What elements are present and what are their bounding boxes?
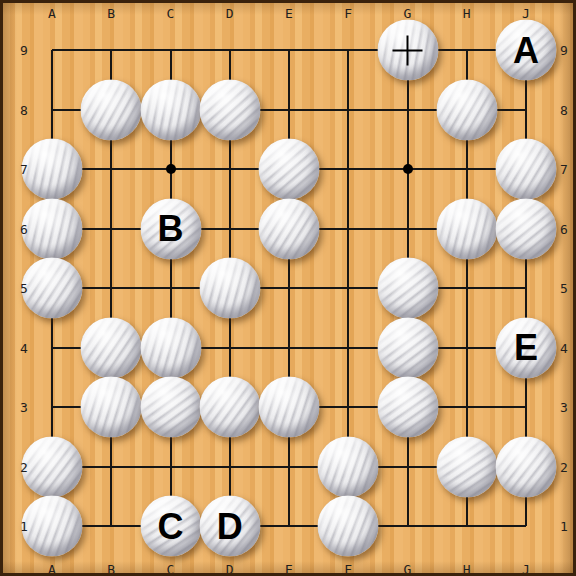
board-point[interactable] — [200, 139, 259, 199]
board-point[interactable] — [437, 199, 496, 259]
white-stone[interactable] — [22, 198, 83, 259]
board-point[interactable] — [496, 437, 555, 497]
white-stone[interactable] — [81, 79, 142, 140]
coordinate-label-right: 2 — [560, 459, 568, 474]
stone-label: D — [199, 496, 260, 557]
coordinate-label-top: H — [463, 6, 471, 21]
white-stone[interactable] — [436, 436, 497, 497]
board-point[interactable] — [437, 20, 496, 80]
coordinate-label-bottom: F — [344, 562, 352, 576]
coordinate-label-left: 7 — [20, 162, 28, 177]
coordinate-label-left: 3 — [20, 400, 28, 415]
coordinate-label-bottom: A — [48, 562, 56, 576]
board-point[interactable] — [22, 496, 81, 556]
board-point[interactable] — [437, 437, 496, 497]
white-stone[interactable] — [140, 79, 201, 140]
board-point[interactable] — [22, 20, 81, 80]
board-grid[interactable]: ABECD — [22, 20, 555, 556]
board-point[interactable] — [437, 80, 496, 140]
go-board: ABECD AABBCCDDEEFFGGHHJJ9988776655443322… — [0, 0, 576, 576]
coordinate-label-top: G — [404, 6, 412, 21]
board-point[interactable]: A — [496, 20, 555, 80]
coordinate-label-right: 6 — [560, 221, 568, 236]
board-point[interactable] — [437, 258, 496, 318]
white-stone[interactable] — [81, 377, 142, 438]
white-stone[interactable] — [140, 377, 201, 438]
board-point[interactable] — [259, 80, 318, 140]
board-point[interactable] — [319, 258, 378, 318]
board-point[interactable] — [200, 80, 259, 140]
coordinate-label-left: 9 — [20, 43, 28, 58]
board-point[interactable] — [259, 377, 318, 437]
coordinate-label-right: 3 — [560, 400, 568, 415]
board-point[interactable] — [319, 377, 378, 437]
coordinate-label-bottom: D — [226, 562, 234, 576]
board-point[interactable]: E — [496, 318, 555, 378]
board-point[interactable] — [259, 437, 318, 497]
board-point[interactable] — [319, 139, 378, 199]
board-point[interactable] — [22, 199, 81, 259]
white-stone[interactable] — [259, 377, 320, 438]
white-stone[interactable]: D — [199, 496, 260, 557]
board-point[interactable] — [378, 20, 437, 80]
board-point[interactable] — [378, 258, 437, 318]
board-point[interactable] — [22, 80, 81, 140]
board-point[interactable] — [82, 20, 141, 80]
coordinate-label-left: 6 — [20, 221, 28, 236]
white-stone[interactable] — [436, 79, 497, 140]
board-point[interactable] — [82, 437, 141, 497]
coordinate-label-top: B — [107, 6, 115, 21]
white-stone[interactable] — [318, 496, 379, 557]
board-point[interactable] — [378, 199, 437, 259]
coordinate-label-bottom: C — [167, 562, 175, 576]
board-point[interactable] — [200, 377, 259, 437]
board-point[interactable] — [319, 318, 378, 378]
coordinate-label-top: D — [226, 6, 234, 21]
board-point[interactable] — [141, 318, 200, 378]
white-stone[interactable] — [22, 258, 83, 319]
board-point[interactable] — [82, 318, 141, 378]
white-stone[interactable] — [259, 198, 320, 259]
board-point[interactable] — [496, 258, 555, 318]
board-point[interactable] — [378, 437, 437, 497]
board-point[interactable] — [437, 496, 496, 556]
hoshi-dot — [403, 164, 413, 174]
coordinate-label-right: 7 — [560, 162, 568, 177]
board-point[interactable] — [319, 80, 378, 140]
coordinate-label-bottom: E — [285, 562, 293, 576]
board-point[interactable] — [22, 377, 81, 437]
board-point[interactable] — [141, 258, 200, 318]
white-stone[interactable] — [377, 20, 438, 81]
stone-label: A — [496, 20, 557, 81]
white-stone[interactable] — [199, 79, 260, 140]
coordinate-label-top: F — [344, 6, 352, 21]
coordinate-label-right: 5 — [560, 281, 568, 296]
board-point[interactable] — [259, 139, 318, 199]
board-point[interactable] — [259, 199, 318, 259]
board-point[interactable] — [378, 496, 437, 556]
coordinate-label-right: 9 — [560, 43, 568, 58]
stone-label: E — [496, 317, 557, 378]
coordinate-label-right: 8 — [560, 102, 568, 117]
board-point[interactable] — [437, 377, 496, 437]
white-stone[interactable] — [496, 139, 557, 200]
white-stone[interactable] — [496, 436, 557, 497]
board-point[interactable] — [259, 496, 318, 556]
white-stone[interactable]: C — [140, 496, 201, 557]
coordinate-label-bottom: B — [107, 562, 115, 576]
hoshi-dot — [166, 164, 176, 174]
board-point[interactable] — [141, 80, 200, 140]
board-point[interactable] — [200, 199, 259, 259]
board-point[interactable] — [82, 496, 141, 556]
last-move-cross-marker — [377, 20, 438, 81]
coordinate-label-bottom: J — [522, 562, 530, 576]
board-point[interactable] — [141, 437, 200, 497]
board-point[interactable] — [259, 20, 318, 80]
board-point[interactable] — [82, 258, 141, 318]
white-stone[interactable] — [22, 496, 83, 557]
coordinate-label-left: 5 — [20, 281, 28, 296]
board-point[interactable] — [319, 20, 378, 80]
white-stone[interactable] — [22, 436, 83, 497]
coordinate-label-top: J — [522, 6, 530, 21]
board-point[interactable] — [82, 80, 141, 140]
coordinate-label-left: 4 — [20, 340, 28, 355]
board-point[interactable] — [200, 20, 259, 80]
coordinate-label-left: 1 — [20, 519, 28, 534]
coordinate-label-left: 8 — [20, 102, 28, 117]
white-stone[interactable] — [81, 317, 142, 378]
white-stone[interactable] — [199, 258, 260, 319]
board-point[interactable] — [378, 318, 437, 378]
board-point[interactable] — [259, 318, 318, 378]
board-point[interactable] — [319, 496, 378, 556]
white-stone[interactable] — [377, 377, 438, 438]
white-stone[interactable]: A — [496, 20, 557, 81]
white-stone[interactable]: B — [140, 198, 201, 259]
coordinate-label-right: 1 — [560, 519, 568, 534]
white-stone[interactable] — [377, 258, 438, 319]
board-point[interactable]: C — [141, 496, 200, 556]
board-point[interactable]: D — [200, 496, 259, 556]
board-point[interactable] — [496, 199, 555, 259]
stone-label: C — [140, 496, 201, 557]
white-stone[interactable]: E — [496, 317, 557, 378]
board-point[interactable] — [437, 139, 496, 199]
white-stone[interactable] — [140, 317, 201, 378]
white-stone[interactable] — [436, 198, 497, 259]
board-point[interactable] — [378, 377, 437, 437]
stone-label: B — [140, 198, 201, 259]
board-point[interactable] — [141, 377, 200, 437]
board-point[interactable] — [259, 258, 318, 318]
board-point[interactable] — [319, 199, 378, 259]
coordinate-label-bottom: G — [404, 562, 412, 576]
board-point[interactable]: B — [141, 199, 200, 259]
white-stone[interactable] — [318, 436, 379, 497]
board-point[interactable] — [437, 318, 496, 378]
board-point[interactable] — [22, 139, 81, 199]
board-point[interactable] — [496, 139, 555, 199]
coordinate-label-left: 2 — [20, 459, 28, 474]
coordinate-label-bottom: H — [463, 562, 471, 576]
board-point[interactable] — [200, 258, 259, 318]
white-stone[interactable] — [377, 317, 438, 378]
coordinate-label-top: E — [285, 6, 293, 21]
board-point[interactable] — [82, 377, 141, 437]
white-stone[interactable] — [22, 139, 83, 200]
board-point[interactable] — [22, 437, 81, 497]
white-stone[interactable] — [259, 139, 320, 200]
board-point[interactable] — [378, 80, 437, 140]
board-point[interactable] — [200, 437, 259, 497]
board-point[interactable] — [82, 199, 141, 259]
board-point[interactable] — [141, 20, 200, 80]
board-point[interactable] — [378, 139, 437, 199]
board-point[interactable] — [82, 139, 141, 199]
board-point[interactable] — [496, 377, 555, 437]
white-stone[interactable] — [496, 198, 557, 259]
board-point[interactable] — [496, 80, 555, 140]
board-point[interactable] — [319, 437, 378, 497]
board-point[interactable] — [496, 496, 555, 556]
coordinate-label-top: C — [167, 6, 175, 21]
board-point[interactable] — [200, 318, 259, 378]
coordinate-label-top: A — [48, 6, 56, 21]
board-point[interactable] — [22, 258, 81, 318]
coordinate-label-right: 4 — [560, 340, 568, 355]
white-stone[interactable] — [199, 377, 260, 438]
board-point[interactable] — [141, 139, 200, 199]
board-point[interactable] — [22, 318, 81, 378]
